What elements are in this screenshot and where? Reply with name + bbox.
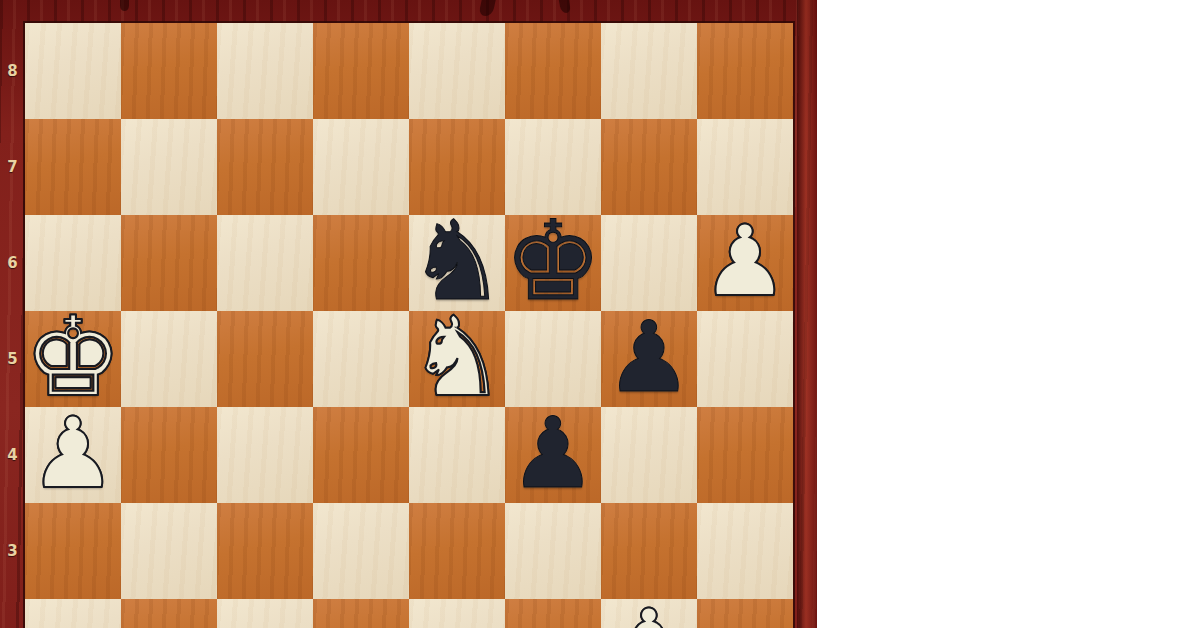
square-g6[interactable]: [601, 215, 697, 311]
square-d4[interactable]: [313, 407, 409, 503]
square-f8[interactable]: [505, 23, 601, 119]
square-c3[interactable]: [217, 503, 313, 599]
pawn-glyph: ♟: [605, 308, 693, 406]
square-f3[interactable]: [505, 503, 601, 599]
square-b7[interactable]: [121, 119, 217, 215]
square-a2[interactable]: [25, 599, 121, 628]
rank-label-5: 5: [0, 311, 25, 407]
white-pawn-g2[interactable]: ♟: [601, 599, 697, 628]
square-c4[interactable]: [217, 407, 313, 503]
square-h4[interactable]: [697, 407, 793, 503]
square-b3[interactable]: [121, 503, 217, 599]
square-g8[interactable]: [601, 23, 697, 119]
square-b8[interactable]: [121, 23, 217, 119]
square-g3[interactable]: [601, 503, 697, 599]
chess-board-frame: ♞♚♟♚♞♟♟♟♟ 876543: [0, 0, 817, 628]
pawn-glyph: ♟: [509, 404, 597, 502]
square-c2[interactable]: [217, 599, 313, 628]
square-c8[interactable]: [217, 23, 313, 119]
knight-glyph: ♞: [408, 302, 507, 412]
wood-knot: [478, 0, 495, 16]
square-d2[interactable]: [313, 599, 409, 628]
square-d7[interactable]: [313, 119, 409, 215]
square-d6[interactable]: [313, 215, 409, 311]
square-e2[interactable]: [409, 599, 505, 628]
white-pawn-a4[interactable]: ♟: [25, 407, 121, 503]
square-d8[interactable]: [313, 23, 409, 119]
black-pawn-f4[interactable]: ♟: [505, 407, 601, 503]
white-knight-e5[interactable]: ♞: [409, 311, 505, 407]
square-b2[interactable]: [121, 599, 217, 628]
square-h3[interactable]: [697, 503, 793, 599]
square-c7[interactable]: [217, 119, 313, 215]
rank-label-3: 3: [0, 503, 25, 599]
square-f2[interactable]: [505, 599, 601, 628]
square-a7[interactable]: [25, 119, 121, 215]
square-b4[interactable]: [121, 407, 217, 503]
wood-knot: [559, 0, 571, 13]
square-d5[interactable]: [313, 311, 409, 407]
square-d3[interactable]: [313, 503, 409, 599]
square-b5[interactable]: [121, 311, 217, 407]
square-h8[interactable]: [697, 23, 793, 119]
pawn-glyph: ♟: [701, 212, 789, 310]
screenshot-canvas: ♞♚♟♚♞♟♟♟♟ 876543: [0, 0, 1200, 628]
square-h2[interactable]: [697, 599, 793, 628]
square-e4[interactable]: [409, 407, 505, 503]
square-c5[interactable]: [217, 311, 313, 407]
white-pawn-h6[interactable]: ♟: [697, 215, 793, 311]
square-h7[interactable]: [697, 119, 793, 215]
square-b6[interactable]: [121, 215, 217, 311]
rank-label-4: 4: [0, 407, 25, 503]
rank-label-6: 6: [0, 215, 25, 311]
rank-label-7: 7: [0, 119, 25, 215]
wood-knot: [120, 0, 129, 11]
square-c6[interactable]: [217, 215, 313, 311]
pawn-glyph: ♟: [29, 404, 117, 502]
square-a3[interactable]: [25, 503, 121, 599]
rank-label-8: 8: [0, 23, 25, 119]
square-g4[interactable]: [601, 407, 697, 503]
square-f5[interactable]: [505, 311, 601, 407]
frame-edge-highlight: [797, 0, 817, 628]
king-glyph: ♚: [504, 206, 603, 316]
square-e3[interactable]: [409, 503, 505, 599]
white-king-a5[interactable]: ♚: [25, 311, 121, 407]
black-pawn-g5[interactable]: ♟: [601, 311, 697, 407]
square-a8[interactable]: [25, 23, 121, 119]
chess-board: ♞♚♟♚♞♟♟♟♟: [25, 23, 793, 628]
black-king-f6[interactable]: ♚: [505, 215, 601, 311]
square-g7[interactable]: [601, 119, 697, 215]
pawn-glyph: ♟: [605, 596, 693, 628]
square-e8[interactable]: [409, 23, 505, 119]
square-h5[interactable]: [697, 311, 793, 407]
